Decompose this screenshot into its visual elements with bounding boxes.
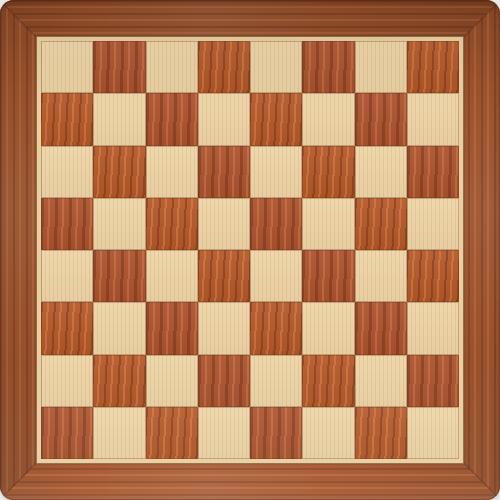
square-a6[interactable] (41, 146, 93, 198)
square-a5[interactable] (41, 198, 93, 250)
square-f7[interactable] (302, 93, 354, 145)
square-e7[interactable] (250, 93, 302, 145)
square-c3[interactable] (146, 302, 198, 354)
square-h5[interactable] (407, 198, 459, 250)
square-a1[interactable] (41, 407, 93, 459)
square-a8[interactable] (41, 41, 93, 93)
square-d5[interactable] (198, 198, 250, 250)
square-e2[interactable] (250, 355, 302, 407)
square-g3[interactable] (355, 302, 407, 354)
square-b7[interactable] (93, 93, 145, 145)
square-g1[interactable] (355, 407, 407, 459)
square-g4[interactable] (355, 250, 407, 302)
square-f1[interactable] (302, 407, 354, 459)
square-f8[interactable] (302, 41, 354, 93)
square-h4[interactable] (407, 250, 459, 302)
square-f2[interactable] (302, 355, 354, 407)
square-c4[interactable] (146, 250, 198, 302)
square-b1[interactable] (93, 407, 145, 459)
square-b4[interactable] (93, 250, 145, 302)
square-a2[interactable] (41, 355, 93, 407)
square-a4[interactable] (41, 250, 93, 302)
square-c8[interactable] (146, 41, 198, 93)
square-c7[interactable] (146, 93, 198, 145)
square-d1[interactable] (198, 407, 250, 459)
square-e8[interactable] (250, 41, 302, 93)
square-a3[interactable] (41, 302, 93, 354)
square-h6[interactable] (407, 146, 459, 198)
square-g6[interactable] (355, 146, 407, 198)
square-e3[interactable] (250, 302, 302, 354)
square-a7[interactable] (41, 93, 93, 145)
square-d8[interactable] (198, 41, 250, 93)
square-b6[interactable] (93, 146, 145, 198)
board-squares (41, 41, 459, 459)
square-c1[interactable] (146, 407, 198, 459)
square-g5[interactable] (355, 198, 407, 250)
square-e4[interactable] (250, 250, 302, 302)
square-h7[interactable] (407, 93, 459, 145)
square-g7[interactable] (355, 93, 407, 145)
square-f3[interactable] (302, 302, 354, 354)
square-h8[interactable] (407, 41, 459, 93)
square-b8[interactable] (93, 41, 145, 93)
square-d7[interactable] (198, 93, 250, 145)
chess-board (0, 0, 500, 500)
square-c6[interactable] (146, 146, 198, 198)
square-b5[interactable] (93, 198, 145, 250)
square-f4[interactable] (302, 250, 354, 302)
square-h3[interactable] (407, 302, 459, 354)
square-e1[interactable] (250, 407, 302, 459)
photo-background (0, 0, 500, 500)
square-b3[interactable] (93, 302, 145, 354)
square-d4[interactable] (198, 250, 250, 302)
square-e6[interactable] (250, 146, 302, 198)
square-f6[interactable] (302, 146, 354, 198)
square-d6[interactable] (198, 146, 250, 198)
square-e5[interactable] (250, 198, 302, 250)
square-g2[interactable] (355, 355, 407, 407)
square-b2[interactable] (93, 355, 145, 407)
square-d2[interactable] (198, 355, 250, 407)
square-f5[interactable] (302, 198, 354, 250)
square-c5[interactable] (146, 198, 198, 250)
square-c2[interactable] (146, 355, 198, 407)
square-h1[interactable] (407, 407, 459, 459)
square-h2[interactable] (407, 355, 459, 407)
square-d3[interactable] (198, 302, 250, 354)
square-g8[interactable] (355, 41, 407, 93)
